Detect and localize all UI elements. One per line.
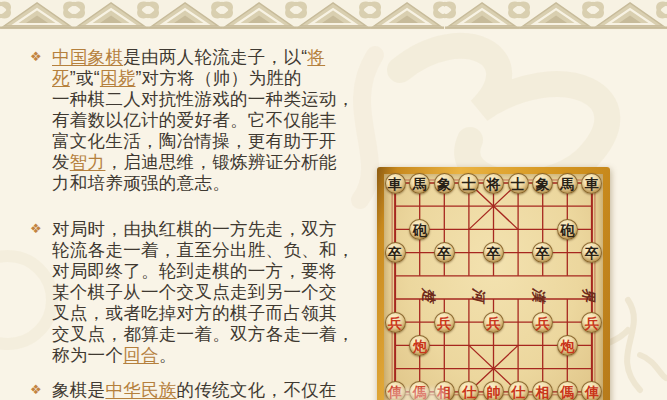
body-text: ”或“ xyxy=(70,68,100,88)
text-line: 死”或“困毙”对方将（帅）为胜的 xyxy=(52,68,355,89)
xiangqi-piece-red[interactable]: 兵 xyxy=(434,312,455,333)
border-motif-icon xyxy=(445,0,519,30)
body-text: 一种棋二人对抗性游戏的一种类运动， xyxy=(52,89,355,109)
body-text: 富文化生活，陶冶情操，更有助于开 xyxy=(52,131,337,151)
xiangqi-piece-black[interactable]: 士 xyxy=(458,173,479,194)
border-motif-icon xyxy=(0,0,74,30)
text-line: 称为一个回合。 xyxy=(52,345,355,366)
border-motif-icon xyxy=(148,0,222,30)
bullet-diamond-icon: ❖ xyxy=(30,222,42,235)
body-text: 的传统文化，不仅在 xyxy=(177,380,337,400)
xiangqi-piece-red[interactable]: 兵 xyxy=(483,312,504,333)
photo-watermark xyxy=(388,388,446,400)
xiangqi-piece-red[interactable]: 兵 xyxy=(532,312,553,333)
body-text: ，启迪思维，锻炼辨证分析能 xyxy=(105,152,336,172)
xiangqi-piece-black[interactable]: 馬 xyxy=(557,173,578,194)
xiangqi-piece-red[interactable]: 仕 xyxy=(458,381,479,400)
text-line: 叉点，或者吃掉对方的棋子而占领其 xyxy=(52,303,355,324)
xiangqi-piece-red[interactable]: 傌 xyxy=(557,381,578,400)
text-line: 一种棋二人对抗性游戏的一种类运动， xyxy=(52,89,355,110)
body-text: 对局时，由执红棋的一方先走，双方 xyxy=(52,219,337,239)
inline-link[interactable]: 回合 xyxy=(123,345,159,365)
xiangqi-piece-black[interactable]: 馬 xyxy=(409,173,430,194)
text-line: 某个棋子从一个交叉点走到另一个交 xyxy=(52,282,355,303)
inline-link[interactable]: 中华民族 xyxy=(105,380,176,400)
text-line: 中国象棋是由两人轮流走子，以“将 xyxy=(52,47,355,68)
inline-link[interactable]: 将 xyxy=(307,47,325,67)
border-motif-icon xyxy=(370,0,444,30)
board-parchment: 楚河 漢界 車馬象士将士象馬車砲砲卒卒卒卒卒兵兵兵兵兵炮炮俥傌相仕帥仕相傌俥 xyxy=(384,174,603,400)
inline-link[interactable]: 中国象棋 xyxy=(52,47,123,67)
body-text: 某个棋子从一个交叉点走到另一个交 xyxy=(52,282,337,302)
xiangqi-piece-red[interactable]: 相 xyxy=(532,381,553,400)
inline-link[interactable]: 死 xyxy=(52,68,70,88)
inline-link[interactable]: 智力 xyxy=(70,152,106,172)
xiangqi-piece-black[interactable]: 砲 xyxy=(409,219,430,240)
bullet-diamond-icon: ❖ xyxy=(30,50,42,63)
xiangqi-piece-red[interactable]: 仕 xyxy=(508,381,529,400)
xiangqi-piece-red[interactable]: 帥 xyxy=(483,381,504,400)
text-line: 有着数以亿计的爱好者。它不仅能丰 xyxy=(52,110,355,131)
slide-root: ❖中国象棋是由两人轮流走子，以“将死”或“困毙”对方将（帅）为胜的一种棋二人对抗… xyxy=(0,0,667,400)
text-line: 对局即终了。轮到走棋的一方，要将 xyxy=(52,261,355,282)
xiangqi-piece-red[interactable]: 炮 xyxy=(557,335,578,356)
xiangqi-piece-red[interactable]: 兵 xyxy=(581,312,602,333)
text-line: 对局时，由执红棋的一方先走，双方 xyxy=(52,219,355,240)
body-text: 发 xyxy=(52,152,70,172)
xiangqi-piece-black[interactable]: 士 xyxy=(508,173,529,194)
xiangqi-piece-black[interactable]: 卒 xyxy=(434,242,455,263)
xiangqi-piece-black[interactable]: 車 xyxy=(581,173,602,194)
xiangqi-piece-black[interactable]: 卒 xyxy=(385,242,406,263)
xiangqi-piece-red[interactable]: 兵 xyxy=(385,312,406,333)
xiangqi-piece-red[interactable]: 俥 xyxy=(581,381,602,400)
border-motif-icon xyxy=(74,0,148,30)
body-text: 叉点，或者吃掉对方的棋子而占领其 xyxy=(52,303,337,323)
text-line: 发智力，启迪思维，锻炼辨证分析能 xyxy=(52,152,355,173)
text-line: 象棋是中华民族的传统文化，不仅在 xyxy=(52,380,337,400)
xiangqi-piece-black[interactable]: 車 xyxy=(385,173,406,194)
xiangqi-piece-red[interactable]: 炮 xyxy=(409,335,430,356)
xiangqi-piece-black[interactable]: 将 xyxy=(483,173,504,194)
body-text: 。 xyxy=(159,345,177,365)
xiangqi-piece-black[interactable]: 卒 xyxy=(483,242,504,263)
text-line: 交叉点，都算走一着。双方各走一着， xyxy=(52,324,355,345)
border-motif-icon xyxy=(519,0,593,30)
text-line: 轮流各走一着，直至分出胜、负、和， xyxy=(52,240,355,261)
river-label-left: 楚河 xyxy=(422,287,486,303)
bullet-paragraph: ❖对局时，由执红棋的一方先走，双方轮流各走一着，直至分出胜、负、和，对局即终了。… xyxy=(30,219,355,366)
body-text: 是由两人轮流走子，以“ xyxy=(123,47,307,67)
xiangqi-board[interactable]: 楚河 漢界 車馬象士将士象馬車砲砲卒卒卒卒卒兵兵兵兵兵炮炮俥傌相仕帥仕相傌俥 xyxy=(377,167,610,400)
top-border-pattern xyxy=(0,0,667,30)
xiangqi-piece-black[interactable]: 象 xyxy=(532,173,553,194)
text-line: 力和培养顽强的意志。 xyxy=(52,173,355,194)
bullet-paragraph: ❖象棋是中华民族的传统文化，不仅在 xyxy=(30,380,337,400)
body-text: 力和培养顽强的意志。 xyxy=(52,173,230,193)
border-motif-icon xyxy=(296,0,370,30)
xiangqi-piece-black[interactable]: 砲 xyxy=(557,219,578,240)
body-text: 交叉点，都算走一着。双方各走一着， xyxy=(52,324,355,344)
bullet-paragraph: ❖中国象棋是由两人轮流走子，以“将死”或“困毙”对方将（帅）为胜的一种棋二人对抗… xyxy=(30,47,355,194)
border-motif-icon xyxy=(593,0,667,30)
body-text: 有着数以亿计的爱好者。它不仅能丰 xyxy=(52,110,337,130)
inline-link[interactable]: 困毙 xyxy=(100,68,136,88)
body-text: 称为一个 xyxy=(52,345,123,365)
body-text: ”对方将（帅）为胜的 xyxy=(135,68,301,88)
border-motif-icon xyxy=(222,0,296,30)
body-text: 对局即终了。轮到走棋的一方，要将 xyxy=(52,261,337,281)
xiangqi-piece-black[interactable]: 象 xyxy=(434,173,455,194)
river-label-right: 漢界 xyxy=(532,287,596,303)
bullet-diamond-icon: ❖ xyxy=(30,383,42,396)
body-text: 轮流各走一着，直至分出胜、负、和， xyxy=(52,240,355,260)
text-line: 富文化生活，陶冶情操，更有助于开 xyxy=(52,131,355,152)
body-text: 象棋是 xyxy=(52,380,105,400)
